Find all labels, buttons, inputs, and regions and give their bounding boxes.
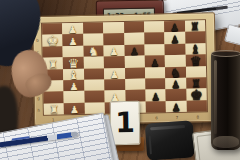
square-g2	[64, 91, 85, 103]
square-e4: ♟	[104, 68, 125, 80]
square-b2: ♟	[63, 34, 84, 46]
square-e5	[124, 67, 145, 79]
square-f5	[125, 78, 146, 90]
square-c6	[144, 44, 165, 56]
rank-label-8: 8	[187, 113, 208, 120]
square-d8: ♛	[185, 54, 206, 66]
black-pawn: ♟	[166, 103, 187, 113]
square-a3	[83, 22, 104, 34]
square-f8: ♜	[186, 77, 207, 89]
drink-glass	[211, 52, 240, 150]
square-f6	[145, 78, 166, 90]
table-number-card: 1	[110, 101, 141, 146]
square-g1	[43, 92, 64, 104]
square-h6	[146, 101, 167, 113]
file-label-h: h	[36, 104, 42, 116]
square-b3	[83, 34, 104, 46]
paper-corner	[224, 24, 240, 46]
square-d4	[104, 56, 125, 68]
white-pawn: ♟	[64, 105, 85, 115]
square-g6: ♟	[145, 89, 166, 101]
square-a4	[103, 22, 124, 34]
white-rook: ♜	[44, 104, 65, 115]
square-c3: ♞	[83, 45, 104, 57]
square-f3	[84, 79, 105, 91]
square-c2	[63, 46, 84, 58]
square-d5	[124, 56, 145, 68]
square-h7: ♟	[166, 100, 187, 112]
square-a2: ♟	[62, 23, 83, 35]
square-h8	[186, 100, 207, 112]
table-number: 1	[115, 109, 135, 137]
square-c1	[43, 46, 64, 58]
square-c4: ♟	[104, 45, 125, 57]
square-c7	[165, 43, 186, 55]
square-f2: ♟	[64, 80, 85, 92]
square-d6: ♟	[145, 55, 166, 67]
square-c5: ♟	[124, 44, 145, 56]
square-a6	[144, 21, 165, 33]
square-e2: ♝	[63, 68, 84, 80]
square-a5	[124, 22, 145, 34]
square-b1: ♚	[42, 35, 63, 47]
square-e6	[145, 67, 166, 79]
square-f4	[104, 79, 125, 91]
rank-label-6: 6	[146, 114, 167, 121]
square-d3	[83, 57, 104, 69]
square-d2: ♛	[63, 57, 84, 69]
square-b6	[144, 33, 165, 45]
square-g8: ♚	[186, 89, 207, 101]
square-b8	[185, 32, 206, 44]
square-h2: ♟	[64, 102, 85, 114]
glass-highlight	[214, 60, 217, 134]
square-h1: ♜	[44, 103, 65, 115]
square-b4	[103, 33, 124, 45]
square-f7: ♟	[165, 78, 186, 90]
square-e3	[84, 68, 105, 80]
square-b7: ♟	[164, 32, 185, 44]
square-a8: ♜	[185, 20, 206, 32]
square-a7: ♟	[164, 21, 185, 33]
glasses-case	[145, 120, 195, 160]
square-b5	[124, 33, 145, 45]
square-a1	[42, 23, 63, 35]
tournament-photo: 1:33 1:55 ♟♟♜♚♟♟♞♟♟♝♜♛♟♛♝♟♞♟♟♜♟♟♚♜♟♟ 123…	[0, 0, 240, 160]
square-g7	[166, 89, 187, 101]
square-c8: ♝	[185, 43, 206, 55]
square-e7: ♞	[165, 66, 186, 78]
square-d7	[165, 55, 186, 67]
square-g3	[84, 91, 105, 103]
square-e8	[186, 66, 207, 78]
